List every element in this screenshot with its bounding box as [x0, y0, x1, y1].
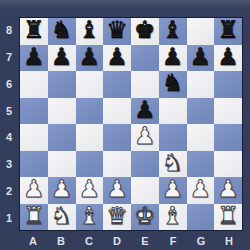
file-label-c: C [75, 232, 103, 249]
piece-black-pawn: ♟ [23, 45, 45, 69]
rank-label-8: 8 [0, 17, 18, 44]
square-g2[interactable]: ♟ [187, 177, 215, 204]
square-g4[interactable] [187, 124, 215, 151]
piece-black-pawn: ♟ [134, 98, 156, 122]
square-h7[interactable]: ♟ [214, 45, 242, 72]
square-a8[interactable]: ♜ [20, 18, 48, 45]
square-b6[interactable] [48, 71, 76, 98]
square-d2[interactable]: ♟ [103, 177, 131, 204]
rank-labels: 87654321 [0, 17, 18, 231]
square-a6[interactable] [20, 71, 48, 98]
file-label-a: A [19, 232, 47, 249]
piece-black-pawn: ♟ [106, 45, 128, 69]
square-h2[interactable]: ♟ [214, 177, 242, 204]
square-b3[interactable] [48, 151, 76, 178]
piece-black-king: ♚ [134, 18, 156, 42]
square-h5[interactable] [214, 98, 242, 125]
square-f5[interactable] [159, 98, 187, 125]
square-f8[interactable]: ♝ [159, 18, 187, 45]
square-c5[interactable] [76, 98, 104, 125]
square-b2[interactable]: ♟ [48, 177, 76, 204]
square-e1[interactable]: ♚ [131, 204, 159, 231]
piece-black-rook: ♜ [23, 18, 45, 42]
piece-white-pawn: ♟ [162, 177, 184, 201]
square-e3[interactable] [131, 151, 159, 178]
piece-black-rook: ♜ [217, 18, 239, 42]
square-h8[interactable]: ♜ [214, 18, 242, 45]
square-f6[interactable]: ♞ [159, 71, 187, 98]
square-g7[interactable]: ♟ [187, 45, 215, 72]
piece-white-rook: ♜ [217, 204, 239, 228]
piece-black-bishop: ♝ [79, 18, 101, 42]
square-f2[interactable]: ♟ [159, 177, 187, 204]
piece-black-pawn: ♟ [190, 45, 212, 69]
square-a1[interactable]: ♜ [20, 204, 48, 231]
square-e5[interactable]: ♟ [131, 98, 159, 125]
piece-white-knight: ♞ [51, 204, 73, 228]
square-a7[interactable]: ♟ [20, 45, 48, 72]
square-e6[interactable] [131, 71, 159, 98]
piece-black-knight: ♞ [51, 18, 73, 42]
square-h3[interactable] [214, 151, 242, 178]
square-c4[interactable] [76, 124, 104, 151]
rank-label-1: 1 [0, 204, 18, 231]
square-d1[interactable]: ♛ [103, 204, 131, 231]
piece-black-pawn: ♟ [217, 45, 239, 69]
square-e4[interactable]: ♟ [131, 124, 159, 151]
square-b4[interactable] [48, 124, 76, 151]
square-a3[interactable] [20, 151, 48, 178]
rank-label-7: 7 [0, 44, 18, 71]
file-label-e: E [131, 232, 159, 249]
piece-white-pawn: ♟ [23, 177, 45, 201]
square-d6[interactable] [103, 71, 131, 98]
square-e8[interactable]: ♚ [131, 18, 159, 45]
square-b7[interactable]: ♟ [48, 45, 76, 72]
piece-white-pawn: ♟ [190, 177, 212, 201]
square-d5[interactable] [103, 98, 131, 125]
piece-white-knight: ♞ [162, 151, 184, 175]
square-b1[interactable]: ♞ [48, 204, 76, 231]
piece-white-pawn: ♟ [217, 177, 239, 201]
file-label-h: H [215, 232, 243, 249]
square-c7[interactable]: ♟ [76, 45, 104, 72]
piece-white-queen: ♛ [106, 204, 128, 228]
rank-label-5: 5 [0, 97, 18, 124]
square-a5[interactable] [20, 98, 48, 125]
square-d8[interactable]: ♛ [103, 18, 131, 45]
square-b5[interactable] [48, 98, 76, 125]
square-d7[interactable]: ♟ [103, 45, 131, 72]
piece-white-king: ♚ [134, 204, 156, 228]
square-g1[interactable] [187, 204, 215, 231]
rank-label-4: 4 [0, 124, 18, 151]
square-c8[interactable]: ♝ [76, 18, 104, 45]
square-g5[interactable] [187, 98, 215, 125]
square-f1[interactable]: ♝ [159, 204, 187, 231]
square-f4[interactable] [159, 124, 187, 151]
chess-diagram: 87654321 ♜♞♝♛♚♝♜♟♟♟♟♟♟♟♞♟♟♞♟♟♟♟♟♟♟♜♞♝♛♚♝… [0, 0, 250, 250]
square-a2[interactable]: ♟ [20, 177, 48, 204]
file-label-g: G [187, 232, 215, 249]
piece-white-bishop: ♝ [162, 204, 184, 228]
piece-white-bishop: ♝ [79, 204, 101, 228]
square-g8[interactable] [187, 18, 215, 45]
square-h4[interactable] [214, 124, 242, 151]
piece-black-pawn: ♟ [79, 45, 101, 69]
square-e7[interactable] [131, 45, 159, 72]
square-c6[interactable] [76, 71, 104, 98]
square-e2[interactable] [131, 177, 159, 204]
piece-white-pawn: ♟ [79, 177, 101, 201]
square-b8[interactable]: ♞ [48, 18, 76, 45]
file-label-f: F [159, 232, 187, 249]
square-a4[interactable] [20, 124, 48, 151]
square-d3[interactable] [103, 151, 131, 178]
piece-white-rook: ♜ [23, 204, 45, 228]
square-f3[interactable]: ♞ [159, 151, 187, 178]
square-f7[interactable]: ♟ [159, 45, 187, 72]
square-c1[interactable]: ♝ [76, 204, 104, 231]
file-label-b: B [47, 232, 75, 249]
file-labels: ABCDEFGH [19, 232, 243, 249]
square-g3[interactable] [187, 151, 215, 178]
piece-black-bishop: ♝ [162, 18, 184, 42]
square-c2[interactable]: ♟ [76, 177, 104, 204]
piece-white-pawn: ♟ [106, 177, 128, 201]
square-g6[interactable] [187, 71, 215, 98]
piece-black-pawn: ♟ [51, 45, 73, 69]
rank-label-3: 3 [0, 151, 18, 178]
chess-board: ♜♞♝♛♚♝♜♟♟♟♟♟♟♟♞♟♟♞♟♟♟♟♟♟♟♜♞♝♛♚♝♜ [19, 17, 243, 231]
piece-white-pawn: ♟ [51, 177, 73, 201]
file-label-d: D [103, 232, 131, 249]
piece-black-pawn: ♟ [162, 45, 184, 69]
piece-white-pawn: ♟ [134, 124, 156, 148]
square-d4[interactable] [103, 124, 131, 151]
square-c3[interactable] [76, 151, 104, 178]
piece-black-queen: ♛ [106, 18, 128, 42]
piece-black-knight: ♞ [162, 71, 184, 95]
rank-label-6: 6 [0, 71, 18, 98]
square-h1[interactable]: ♜ [214, 204, 242, 231]
square-h6[interactable] [214, 71, 242, 98]
rank-label-2: 2 [0, 178, 18, 205]
